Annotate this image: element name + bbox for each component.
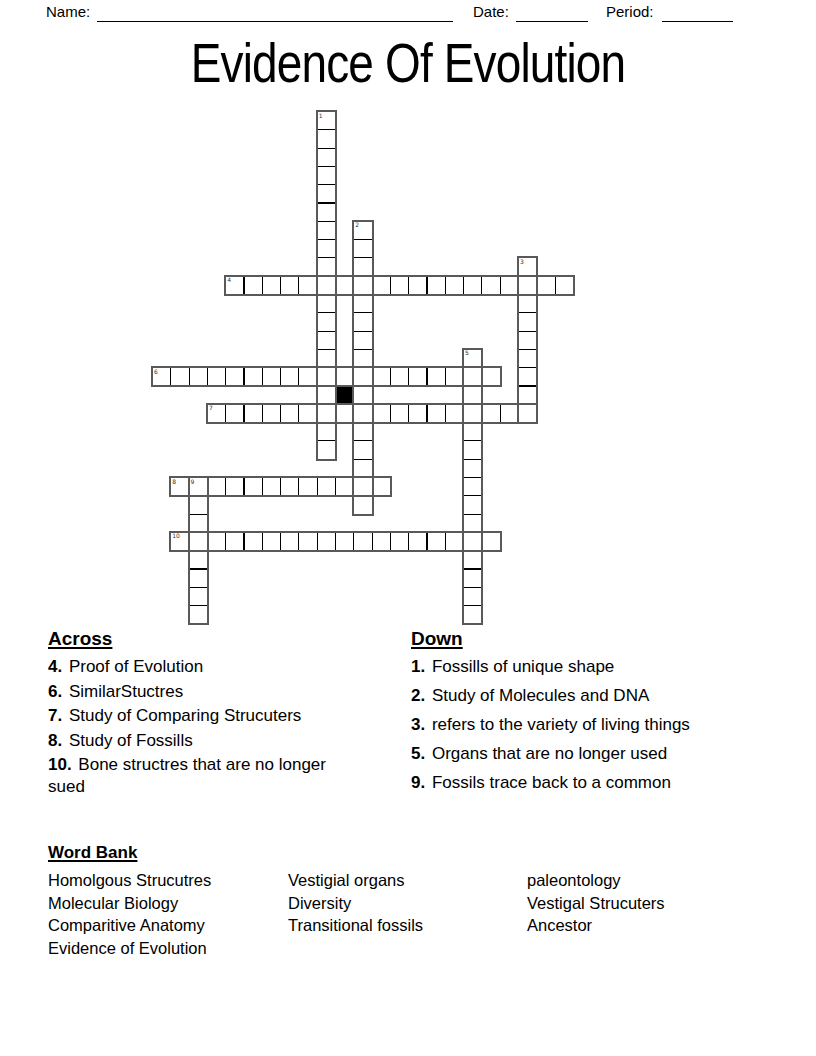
word-bank-column-3: paleontologyVestigal StrucutersAncestor <box>527 869 665 960</box>
across-heading: Across <box>48 628 340 650</box>
clue-number: 9. <box>411 773 425 792</box>
crossword-cell-r16c20[interactable] <box>518 404 537 423</box>
crossword-cell-r10c20[interactable] <box>518 294 537 313</box>
crossword-cell-r14c0[interactable] <box>152 367 171 386</box>
date-blank-line[interactable] <box>516 6 588 22</box>
crossword-cell-r9c12[interactable] <box>372 276 391 295</box>
across-clue-list: 4. Proof of Evolution6. SimilarStuctres7… <box>48 656 340 798</box>
crossword-cell-r1c9[interactable] <box>317 129 336 148</box>
crossword-cell-r19c11[interactable] <box>353 459 372 478</box>
clue-number: 3. <box>411 715 425 734</box>
crossword-cell-r5c9[interactable] <box>317 203 336 222</box>
crossword-cell-r10c9[interactable] <box>317 294 336 313</box>
crossword-cell-r9c16[interactable] <box>445 276 464 295</box>
down-clue-1: 1. Fossills of unique shape <box>411 656 723 678</box>
crossword-cell-r13c20[interactable] <box>518 349 537 368</box>
crossword-cell-r16c16[interactable] <box>445 404 464 423</box>
across-clue-6: 6. SimilarStuctres <box>48 681 340 703</box>
crossword-cell-r14c14[interactable] <box>408 367 427 386</box>
crossword-cell-r27c2[interactable] <box>189 605 208 624</box>
crossword-cell-r16c8[interactable] <box>298 404 317 423</box>
crossword-cell-r9c13[interactable] <box>390 276 409 295</box>
crossword-cell-r16c13[interactable] <box>390 404 409 423</box>
clue-text: Fossils trace back to a common <box>427 773 671 792</box>
crossword-cell-r16c7[interactable] <box>280 404 299 423</box>
crossword-cell-r9c6[interactable] <box>262 276 281 295</box>
crossword-cell-r14c3[interactable] <box>207 367 226 386</box>
crossword-cell-r24c2[interactable] <box>189 550 208 569</box>
crossword-cell-r16c19[interactable] <box>500 404 519 423</box>
crossword-cell-r15c11[interactable] <box>353 386 372 405</box>
down-clues-section: Down 1. Fossills of unique shape2. Study… <box>411 628 723 801</box>
crossword-cell-r10c11[interactable] <box>353 294 372 313</box>
crossword-cell-r4c9[interactable] <box>317 184 336 203</box>
crossword-cell-r16c18[interactable] <box>481 404 500 423</box>
crossword-cell-r23c9[interactable] <box>317 532 336 551</box>
crossword-cell-r23c1[interactable] <box>170 532 189 551</box>
crossword-cell-r14c4[interactable] <box>225 367 244 386</box>
crossword-cell-r7c9[interactable] <box>317 239 336 258</box>
crossword-cell-r14c1[interactable] <box>170 367 189 386</box>
crossword-cell-r14c17[interactable] <box>463 367 482 386</box>
crossword-cell-r23c4[interactable] <box>225 532 244 551</box>
crossword-cell-r14c6[interactable] <box>262 367 281 386</box>
crossword-cell-r17c9[interactable] <box>317 422 336 441</box>
clue-text: Study of Comparing Strucuters <box>64 706 301 725</box>
crossword-cell-r12c11[interactable] <box>353 331 372 350</box>
crossword-cell-r3c9[interactable] <box>317 166 336 185</box>
clue-text: refers to the variety of living things <box>427 715 690 734</box>
crossword-cell-r14c20[interactable] <box>518 367 537 386</box>
across-clues-section: Across 4. Proof of Evolution6. SimilarSt… <box>48 628 340 801</box>
word-bank-column-2: Vestigial organsDiversityTransitional fo… <box>288 869 527 960</box>
crossword-cell-r20c17[interactable] <box>463 477 482 496</box>
crossword-cell-r9c18[interactable] <box>481 276 500 295</box>
crossword-grid: 12345678910 <box>152 111 574 625</box>
crossword-cell-r23c16[interactable] <box>445 532 464 551</box>
crossword-cell-r20c3[interactable] <box>207 477 226 496</box>
date-label: Date: <box>473 3 509 21</box>
clue-number: 2. <box>411 686 425 705</box>
crossword-cell-r9c5[interactable] <box>244 276 263 295</box>
word-bank-item: Molecular Biology <box>48 892 288 915</box>
word-bank-item: Vestigial organs <box>288 869 527 892</box>
crossword-cell-r27c17[interactable] <box>463 605 482 624</box>
crossword-cell-r2c9[interactable] <box>317 148 336 167</box>
clue-number: 6. <box>48 682 62 701</box>
crossword-cell-r22c2[interactable] <box>189 514 208 533</box>
crossword-cell-r12c20[interactable] <box>518 331 537 350</box>
crossword-cell-r14c9[interactable] <box>317 367 336 386</box>
page-title: Evidence Of Evolution <box>73 34 742 92</box>
crossword-cell-r9c9[interactable] <box>317 276 336 295</box>
clue-text: Fossills of unique shape <box>427 657 614 676</box>
across-clue-10: 10. Bone structres that are no longer su… <box>48 754 340 798</box>
crossword-cell-r9c11[interactable] <box>353 276 372 295</box>
crossword-cell-r12c9[interactable] <box>317 331 336 350</box>
crossword-cell-r20c6[interactable] <box>262 477 281 496</box>
crossword-cell-r23c13[interactable] <box>390 532 409 551</box>
down-clue-5: 5. Organs that are no longer used <box>411 743 723 765</box>
crossword-cell-r25c2[interactable] <box>189 569 208 588</box>
crossword-cell-r18c11[interactable] <box>353 440 372 459</box>
crossword-cell-r15c17[interactable] <box>463 386 482 405</box>
crossword-cell-r18c17[interactable] <box>463 440 482 459</box>
word-bank-heading: Word Bank <box>48 842 768 863</box>
crossword-cell-r20c1[interactable] <box>170 477 189 496</box>
crossword-cell-r16c3[interactable] <box>207 404 226 423</box>
blocked-cell-r15c10 <box>335 386 354 405</box>
crossword-cell-r23c14[interactable] <box>408 532 427 551</box>
crossword-cell-r8c20[interactable] <box>518 257 537 276</box>
clue-number: 7. <box>48 706 62 725</box>
clue-number: 1. <box>411 657 425 676</box>
crossword-cell-r23c17[interactable] <box>463 532 482 551</box>
crossword-cell-r20c9[interactable] <box>317 477 336 496</box>
crossword-cell-r21c11[interactable] <box>353 495 372 514</box>
crossword-cell-r16c10[interactable] <box>335 404 354 423</box>
crossword-cell-r17c11[interactable] <box>353 422 372 441</box>
clue-number: 8. <box>48 731 62 750</box>
across-clue-4: 4. Proof of Evolution <box>48 656 340 678</box>
crossword-cell-r9c15[interactable] <box>427 276 446 295</box>
crossword-cell-r16c17[interactable] <box>463 404 482 423</box>
crossword-cell-r24c17[interactable] <box>463 550 482 569</box>
crossword-cell-r13c17[interactable] <box>463 349 482 368</box>
crossword-cell-r20c10[interactable] <box>335 477 354 496</box>
crossword-cell-r15c9[interactable] <box>317 386 336 405</box>
crossword-cell-r14c8[interactable] <box>298 367 317 386</box>
crossword-cell-r23c3[interactable] <box>207 532 226 551</box>
crossword-cell-r13c11[interactable] <box>353 349 372 368</box>
across-clue-8: 8. Study of Fossills <box>48 730 340 752</box>
crossword-cell-r23c7[interactable] <box>280 532 299 551</box>
crossword-cell-r20c7[interactable] <box>280 477 299 496</box>
crossword-cell-r20c12[interactable] <box>372 477 391 496</box>
crossword-cell-r23c2[interactable] <box>189 532 208 551</box>
crossword-cell-r6c9[interactable] <box>317 221 336 240</box>
clue-text: Proof of Evolution <box>64 657 203 676</box>
crossword-cell-r16c15[interactable] <box>427 404 446 423</box>
down-clue-9: 9. Fossils trace back to a common <box>411 772 723 794</box>
crossword-cell-r20c8[interactable] <box>298 477 317 496</box>
crossword-cell-r9c19[interactable] <box>500 276 519 295</box>
crossword-cell-r11c9[interactable] <box>317 312 336 331</box>
crossword-cell-r14c15[interactable] <box>427 367 446 386</box>
word-bank-item: Comparitive Anatomy <box>48 914 288 937</box>
clue-text: Organs that are no longer used <box>427 744 667 763</box>
crossword-cell-r13c9[interactable] <box>317 349 336 368</box>
crossword-cell-r14c13[interactable] <box>390 367 409 386</box>
word-bank-item: Homolgous Strucutres <box>48 869 288 892</box>
crossword-cell-r16c12[interactable] <box>372 404 391 423</box>
crossword-cell-r23c8[interactable] <box>298 532 317 551</box>
word-bank-item: paleontology <box>527 869 665 892</box>
crossword-cell-r23c5[interactable] <box>244 532 263 551</box>
crossword-cell-r23c12[interactable] <box>372 532 391 551</box>
period-blank-line[interactable] <box>662 6 733 22</box>
crossword-cell-r14c2[interactable] <box>189 367 208 386</box>
word-bank-column-1: Homolgous StrucutresMolecular BiologyCom… <box>48 869 288 960</box>
name-blank-line[interactable] <box>97 6 453 22</box>
crossword-cell-r14c16[interactable] <box>445 367 464 386</box>
crossword-cell-r15c20[interactable] <box>518 386 537 405</box>
crossword-cell-r20c2[interactable] <box>189 477 208 496</box>
down-clue-list: 1. Fossills of unique shape2. Study of M… <box>411 656 723 794</box>
crossword-cell-r9c22[interactable] <box>555 276 574 295</box>
word-bank-item: Evidence of Evolution <box>48 937 288 960</box>
crossword-cell-r0c9[interactable] <box>317 111 336 130</box>
crossword-cell-r17c17[interactable] <box>463 422 482 441</box>
clue-number: 4. <box>48 657 62 676</box>
crossword-cell-r9c7[interactable] <box>280 276 299 295</box>
across-clue-7: 7. Study of Comparing Strucuters <box>48 705 340 727</box>
word-bank-item: Ancestor <box>527 914 665 937</box>
crossword-cell-r22c17[interactable] <box>463 514 482 533</box>
crossword-cell-r21c17[interactable] <box>463 495 482 514</box>
crossword-cell-r16c6[interactable] <box>262 404 281 423</box>
down-clue-2: 2. Study of Molecules and DNA <box>411 685 723 707</box>
crossword-cell-r16c9[interactable] <box>317 404 336 423</box>
crossword-cell-r23c10[interactable] <box>335 532 354 551</box>
clue-number: 10. <box>48 755 72 774</box>
crossword-cell-r9c10[interactable] <box>335 276 354 295</box>
crossword-cell-r6c11[interactable] <box>353 221 372 240</box>
crossword-cell-r23c18[interactable] <box>481 532 500 551</box>
clue-number: 5. <box>411 744 425 763</box>
crossword-cell-r16c5[interactable] <box>244 404 263 423</box>
clue-text: Bone structres that are no longer sued <box>48 755 326 796</box>
crossword-cell-r14c11[interactable] <box>353 367 372 386</box>
crossword-cell-r7c11[interactable] <box>353 239 372 258</box>
clue-text: SimilarStuctres <box>64 682 183 701</box>
crossword-cell-r23c6[interactable] <box>262 532 281 551</box>
down-clue-3: 3. refers to the variety of living thing… <box>411 714 723 736</box>
crossword-cell-r9c17[interactable] <box>463 276 482 295</box>
crossword-cell-r20c11[interactable] <box>353 477 372 496</box>
crossword-cell-r11c20[interactable] <box>518 312 537 331</box>
crossword-cell-r9c8[interactable] <box>298 276 317 295</box>
crossword-cell-r21c2[interactable] <box>189 495 208 514</box>
word-bank-item: Transitional fossils <box>288 914 527 937</box>
crossword-cell-r14c5[interactable] <box>244 367 263 386</box>
crossword-cell-r20c4[interactable] <box>225 477 244 496</box>
crossword-cell-r11c11[interactable] <box>353 312 372 331</box>
crossword-cell-r8c11[interactable] <box>353 257 372 276</box>
crossword-cell-r14c10[interactable] <box>335 367 354 386</box>
crossword-cell-r14c7[interactable] <box>280 367 299 386</box>
crossword-cell-r19c17[interactable] <box>463 459 482 478</box>
crossword-cell-r25c17[interactable] <box>463 569 482 588</box>
crossword-cell-r9c4[interactable] <box>225 276 244 295</box>
crossword-cell-r23c11[interactable] <box>353 532 372 551</box>
word-bank-item: Diversity <box>288 892 527 915</box>
crossword-cell-r20c5[interactable] <box>244 477 263 496</box>
crossword-cell-r18c9[interactable] <box>317 440 336 459</box>
clue-text: Study of Fossills <box>64 731 193 750</box>
crossword-cell-r8c9[interactable] <box>317 257 336 276</box>
crossword-cell-r14c18[interactable] <box>481 367 500 386</box>
crossword-cell-r16c14[interactable] <box>408 404 427 423</box>
crossword-cell-r16c11[interactable] <box>353 404 372 423</box>
word-bank-item: Vestigal Strucuters <box>527 892 665 915</box>
crossword-cell-r23c15[interactable] <box>427 532 446 551</box>
name-label: Name: <box>46 3 90 21</box>
word-bank-columns: Homolgous StrucutresMolecular BiologyCom… <box>48 869 768 960</box>
crossword-cell-r9c14[interactable] <box>408 276 427 295</box>
crossword-cell-r26c2[interactable] <box>189 587 208 606</box>
crossword-cell-r9c21[interactable] <box>536 276 555 295</box>
crossword-cell-r9c20[interactable] <box>518 276 537 295</box>
crossword-cell-r26c17[interactable] <box>463 587 482 606</box>
crossword-cell-r16c4[interactable] <box>225 404 244 423</box>
period-label: Period: <box>606 3 654 21</box>
crossword-cell-r14c12[interactable] <box>372 367 391 386</box>
down-heading: Down <box>411 628 723 650</box>
word-bank-section: Word Bank Homolgous StrucutresMolecular … <box>48 842 768 960</box>
clue-text: Study of Molecules and DNA <box>427 686 649 705</box>
